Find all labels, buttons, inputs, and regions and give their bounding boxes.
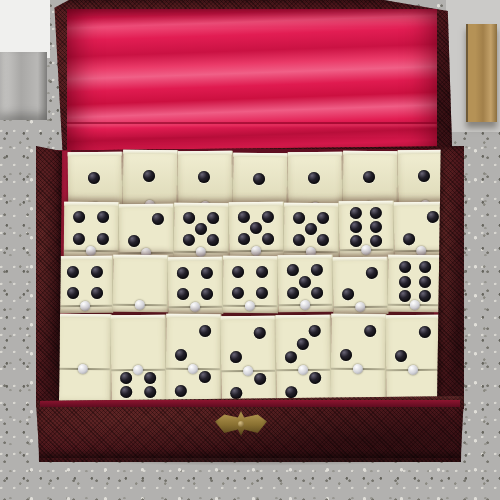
pip bbox=[419, 326, 431, 338]
spinner bbox=[135, 300, 145, 310]
pip bbox=[399, 275, 411, 287]
spinner bbox=[408, 365, 418, 375]
tile-half-top bbox=[343, 155, 397, 205]
pip bbox=[395, 350, 407, 362]
pip bbox=[350, 207, 362, 219]
tile-half-top bbox=[229, 206, 283, 250]
domino-tile bbox=[331, 314, 387, 402]
tile-half-top bbox=[58, 260, 112, 305]
pip bbox=[199, 325, 211, 337]
pip bbox=[175, 349, 187, 361]
spinner bbox=[300, 300, 310, 310]
pip bbox=[67, 266, 79, 278]
tile-half-top bbox=[278, 259, 332, 304]
front-lining-lip bbox=[40, 400, 460, 407]
pip bbox=[177, 267, 189, 279]
pip bbox=[427, 211, 439, 223]
spinner bbox=[355, 302, 365, 312]
divider-line bbox=[119, 252, 173, 254]
pip bbox=[144, 372, 156, 384]
domino-row-second bbox=[64, 202, 449, 260]
divider-line bbox=[278, 304, 332, 306]
domino-tile bbox=[113, 255, 168, 312]
pip bbox=[419, 290, 431, 302]
tile-half-top bbox=[388, 259, 442, 304]
pip bbox=[399, 290, 411, 302]
pip bbox=[262, 233, 274, 245]
divider-line bbox=[284, 251, 338, 253]
pip bbox=[120, 372, 132, 384]
pip bbox=[350, 235, 362, 247]
pip bbox=[363, 171, 375, 183]
tile-half-top bbox=[174, 207, 228, 251]
tile-half-bottom bbox=[386, 371, 440, 399]
pip bbox=[418, 170, 430, 182]
pip bbox=[232, 287, 244, 299]
pip bbox=[230, 351, 242, 363]
tile-half-top bbox=[386, 319, 440, 369]
pip bbox=[309, 372, 321, 384]
pip bbox=[256, 287, 268, 299]
pip bbox=[201, 288, 213, 300]
pip bbox=[177, 288, 189, 300]
pip bbox=[293, 234, 305, 246]
divider-line bbox=[168, 306, 222, 308]
tile-half-top bbox=[288, 156, 342, 206]
pip bbox=[305, 223, 317, 235]
pip bbox=[120, 386, 132, 398]
tile-half-top bbox=[223, 260, 277, 305]
pip bbox=[183, 211, 195, 223]
domino-tile bbox=[174, 203, 229, 259]
right-plank bbox=[466, 24, 497, 122]
tile-half-bottom bbox=[166, 370, 220, 398]
spinner bbox=[78, 364, 88, 374]
pip bbox=[195, 223, 207, 235]
spinner bbox=[133, 365, 143, 375]
pip bbox=[366, 267, 378, 279]
domino-row-third bbox=[58, 255, 443, 314]
tile-half-top bbox=[64, 206, 118, 250]
spinner bbox=[298, 365, 308, 375]
tile-half-top bbox=[339, 205, 393, 249]
left-plank bbox=[0, 52, 47, 120]
pip bbox=[287, 264, 299, 276]
box-lid bbox=[40, 0, 454, 156]
satin-seam bbox=[67, 122, 437, 124]
domino-tile bbox=[388, 255, 443, 312]
pip bbox=[232, 266, 244, 278]
pip bbox=[183, 234, 195, 246]
divider-line bbox=[58, 305, 112, 307]
satin-lining bbox=[67, 9, 437, 156]
divider-line bbox=[388, 304, 442, 306]
tile-half-bottom bbox=[56, 370, 110, 398]
pip bbox=[207, 234, 219, 246]
domino-tile bbox=[278, 255, 333, 312]
pip bbox=[340, 349, 352, 361]
pip bbox=[73, 211, 85, 223]
pip bbox=[311, 287, 323, 299]
divider-line bbox=[229, 250, 283, 252]
pip bbox=[152, 213, 164, 225]
tile-half-top bbox=[166, 318, 220, 368]
domino-tile bbox=[339, 201, 394, 257]
pip bbox=[287, 287, 299, 299]
tile-half-top bbox=[276, 319, 331, 370]
clasp-pin-icon bbox=[238, 421, 244, 427]
spinner bbox=[353, 364, 363, 374]
domino-tile bbox=[221, 316, 277, 404]
pip bbox=[309, 325, 321, 337]
domino-tile bbox=[284, 203, 339, 259]
pip bbox=[350, 221, 362, 233]
pip bbox=[128, 235, 140, 247]
spinner bbox=[190, 302, 200, 312]
box-wall-right bbox=[437, 147, 464, 409]
domino-tile bbox=[386, 315, 441, 403]
pip bbox=[97, 211, 109, 223]
spinner bbox=[361, 245, 371, 255]
tile-half-top bbox=[331, 318, 385, 368]
pip bbox=[370, 221, 382, 233]
domino-tile bbox=[111, 315, 167, 403]
pip bbox=[250, 222, 262, 234]
pip bbox=[91, 287, 103, 299]
pip bbox=[311, 264, 323, 276]
divider-line bbox=[333, 306, 387, 309]
pip bbox=[230, 387, 242, 399]
divider-line bbox=[339, 249, 393, 251]
pip bbox=[285, 351, 297, 363]
tile-half-bottom bbox=[111, 371, 165, 399]
spinner bbox=[245, 301, 255, 311]
tile-half-top bbox=[119, 208, 173, 252]
domino-row-front bbox=[56, 314, 441, 404]
spinner bbox=[243, 366, 253, 376]
pip bbox=[342, 288, 354, 300]
pip bbox=[175, 385, 187, 397]
tile-half-top bbox=[113, 259, 167, 304]
pip bbox=[403, 233, 415, 245]
domino-tile bbox=[119, 204, 174, 260]
tile-half-top bbox=[111, 319, 165, 369]
pip bbox=[308, 172, 320, 184]
pip bbox=[419, 276, 431, 288]
domino-tile bbox=[223, 256, 278, 313]
pip bbox=[91, 266, 103, 278]
pip bbox=[370, 207, 382, 219]
pip bbox=[293, 211, 305, 223]
pip bbox=[262, 210, 274, 222]
pip bbox=[254, 327, 266, 339]
scene-photo-domino-box bbox=[0, 0, 500, 500]
divider-line bbox=[113, 304, 167, 306]
domino-tile bbox=[333, 257, 389, 315]
pip bbox=[253, 173, 265, 185]
tile-half-top bbox=[68, 156, 123, 207]
pip bbox=[97, 233, 109, 245]
tile-half-top bbox=[284, 207, 338, 251]
box-wall-left bbox=[36, 146, 62, 410]
pip bbox=[419, 261, 431, 273]
pip bbox=[143, 170, 155, 182]
divider-line bbox=[223, 305, 277, 307]
pip bbox=[399, 261, 411, 273]
pip bbox=[364, 325, 376, 337]
pip bbox=[299, 275, 311, 287]
pip bbox=[317, 212, 329, 224]
pip bbox=[144, 386, 156, 398]
tile-half-bottom bbox=[221, 372, 275, 400]
tile-half-top bbox=[123, 154, 177, 204]
pip bbox=[317, 234, 329, 246]
tile-half-top bbox=[333, 261, 387, 307]
spinner bbox=[410, 300, 420, 310]
tile-half-top bbox=[56, 318, 110, 368]
spinner bbox=[80, 301, 90, 311]
domino-tile bbox=[64, 202, 119, 258]
domino-tile bbox=[56, 314, 112, 402]
background-wall-left bbox=[0, 0, 50, 58]
divider-line bbox=[174, 251, 228, 253]
divider-line bbox=[64, 250, 118, 252]
pip bbox=[199, 371, 211, 383]
tile-half-top bbox=[233, 157, 287, 207]
pip bbox=[198, 171, 210, 183]
pip bbox=[256, 266, 268, 278]
domino-tile bbox=[166, 314, 221, 402]
tile-half-bottom bbox=[331, 370, 385, 398]
pip bbox=[254, 373, 266, 385]
tile-half-top bbox=[178, 155, 232, 205]
pip bbox=[201, 267, 213, 279]
spinner bbox=[188, 364, 198, 374]
tile-half-top bbox=[221, 320, 275, 370]
pip bbox=[370, 235, 382, 247]
pip bbox=[88, 172, 100, 184]
pip bbox=[238, 211, 250, 223]
pip bbox=[285, 386, 297, 398]
domino-tile bbox=[276, 315, 332, 404]
domino-tile bbox=[58, 256, 113, 313]
pip bbox=[67, 287, 79, 299]
domino-tile bbox=[229, 202, 284, 258]
pip bbox=[297, 338, 309, 350]
pip bbox=[238, 233, 250, 245]
domino-tile bbox=[168, 257, 223, 314]
pip bbox=[207, 212, 219, 224]
tile-half-top bbox=[168, 261, 222, 306]
pip bbox=[73, 232, 85, 244]
